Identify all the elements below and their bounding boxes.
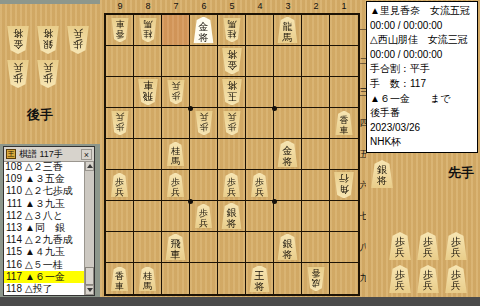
move-text: ▲６一金 — [25, 271, 65, 282]
board-square-5-7: 銀 将 — [218, 201, 246, 232]
kifu-titlebar[interactable]: 王 棋譜 117手 × — [4, 147, 94, 162]
board-square-8-7 — [134, 201, 162, 232]
shogi-piece-sente-8-9: 桂 馬 — [138, 266, 157, 291]
board-square-9-2 — [106, 46, 134, 77]
kifu-scrollbar[interactable] — [84, 161, 94, 295]
board-square-9-6: 歩 兵 — [106, 170, 134, 201]
board-square-3-6 — [274, 170, 302, 201]
hoshi-dot — [272, 199, 277, 204]
board-square-3-2 — [274, 46, 302, 77]
hand-piece-gote-歩兵: 歩 兵 — [6, 60, 30, 88]
hand-piece-sente-歩兵: 歩 兵 — [388, 232, 412, 260]
sente-stand-label: 先手 — [448, 164, 474, 182]
board-square-4-9: 王 将 — [246, 263, 274, 294]
move-row-108[interactable]: 108△２三香 — [4, 161, 84, 173]
board-square-4-2 — [246, 46, 274, 77]
board-square-9-8 — [106, 232, 134, 263]
board-square-5-4: 歩 兵 — [218, 108, 246, 139]
scroll-down-button[interactable] — [85, 285, 94, 295]
hand-piece-sente-歩兵: 歩 兵 — [388, 265, 412, 293]
hand-piece-sente-歩兵: 歩 兵 — [444, 232, 468, 260]
hand-piece-sente-歩兵: 歩 兵 — [416, 232, 440, 260]
shogi-piece-sente-9-6: 歩 兵 — [110, 173, 129, 198]
move-number: 111 — [4, 198, 22, 210]
board-square-1-4: 香 車 — [330, 108, 358, 139]
move-text: △２三香 — [25, 161, 63, 172]
shogi-piece-sente-7-5: 桂 馬 — [166, 142, 185, 167]
scroll-up-button[interactable] — [85, 161, 94, 171]
board-square-6-1: 金 将 — [190, 15, 218, 46]
move-number: 114 — [4, 234, 22, 246]
board-square-8-8 — [134, 232, 162, 263]
shogi-piece-gote-8-1: 桂 馬 — [138, 18, 157, 43]
game-info-panel: ▲里見香奈 女流五冠00:00 / 00:00:00△西山朋佳 女流三冠00:0… — [366, 1, 478, 153]
board-square-7-7 — [162, 201, 190, 232]
hand-piece-gote-金将: 金 将 — [6, 26, 30, 54]
move-text: ▲４九玉 — [25, 246, 65, 257]
hand-piece-sente-歩兵: 歩 兵 — [444, 265, 468, 293]
board-square-2-7 — [302, 201, 330, 232]
move-row-114[interactable]: 114△２九香成 — [4, 234, 84, 246]
info-line-3: 00:00 / 00:00:00 — [370, 48, 474, 63]
move-number: 110 — [4, 185, 22, 197]
board-square-7-9 — [162, 263, 190, 294]
board-square-6-8 — [190, 232, 218, 263]
board-square-2-3 — [302, 77, 330, 108]
board-square-6-2 — [190, 46, 218, 77]
board-square-8-9: 桂 馬 — [134, 263, 162, 294]
board-square-2-5 — [302, 139, 330, 170]
board-square-4-7 — [246, 201, 274, 232]
bottom-strip — [0, 297, 480, 306]
board-square-2-1 — [302, 15, 330, 46]
board-square-6-7: 歩 兵 — [190, 201, 218, 232]
board-square-3-7 — [274, 201, 302, 232]
info-line-0: ▲里見香奈 女流五冠 — [370, 4, 474, 19]
board-square-3-3 — [274, 77, 302, 108]
move-row-109[interactable]: 109▲３五金 — [4, 173, 84, 185]
move-text: ▲３五金 — [25, 173, 65, 184]
hoshi-dot — [188, 106, 193, 111]
shogi-piece-gote-8-3: 飛 車 — [137, 79, 159, 106]
move-row-110[interactable]: 110△２七歩成 — [4, 185, 84, 197]
hoshi-dot — [188, 199, 193, 204]
shogi-piece-gote-5-3: 玉 将 — [221, 79, 243, 106]
info-line-4: 手合割：平手 — [370, 62, 474, 77]
board-square-4-8 — [246, 232, 274, 263]
board-square-7-2 — [162, 46, 190, 77]
board-square-6-9 — [190, 263, 218, 294]
file-label: 1 — [330, 1, 358, 12]
board-square-8-4 — [134, 108, 162, 139]
info-line-7: 後手番 — [370, 106, 474, 121]
move-number: 109 — [4, 173, 22, 185]
board-square-8-3: 飛 車 — [134, 77, 162, 108]
shogi-piece-sente-4-6: 歩 兵 — [250, 173, 269, 198]
board-square-2-4 — [302, 108, 330, 139]
move-row-118[interactable]: 118△投了 — [4, 283, 84, 295]
shogi-piece-gote-9-4: 歩 兵 — [110, 111, 129, 136]
board-square-1-1 — [330, 15, 358, 46]
board-square-5-6: 歩 兵 — [218, 170, 246, 201]
board-square-7-6: 歩 兵 — [162, 170, 190, 201]
board-square-3-5: 金 将 — [274, 139, 302, 170]
hoshi-dot — [272, 106, 277, 111]
board-square-8-5 — [134, 139, 162, 170]
board-square-6-3 — [190, 77, 218, 108]
file-label: 7 — [162, 1, 190, 12]
move-text: △２七歩成 — [25, 185, 73, 196]
shogi-piece-sente-6-1: 金 将 — [193, 17, 215, 44]
board-square-6-5 — [190, 139, 218, 170]
board-square-3-8: 銀 将 — [274, 232, 302, 263]
shogi-piece-sente-9-9: 香 車 — [110, 266, 129, 291]
move-number: 117 — [4, 271, 22, 283]
move-number: 118 — [4, 283, 22, 295]
board-square-5-9 — [218, 263, 246, 294]
shogi-piece-sente-5-6: 歩 兵 — [222, 173, 241, 198]
board-square-9-4: 歩 兵 — [106, 108, 134, 139]
kifu-window: 王 棋譜 117手 × 108△２三香109▲３五金110△２七歩成111▲３九… — [3, 146, 95, 296]
shogi-piece-gote-6-4: 歩 兵 — [194, 111, 213, 136]
board-square-2-9: 成 香 — [302, 263, 330, 294]
board-square-1-9 — [330, 263, 358, 294]
board-square-2-6 — [302, 170, 330, 201]
info-line-2: △西山朋佳 女流三冠 — [370, 33, 474, 48]
info-line-6: ▲６一金 まで — [370, 92, 474, 107]
file-label: 4 — [246, 1, 274, 12]
hand-piece-gote-歩兵: 歩 兵 — [36, 60, 60, 88]
move-row-112[interactable]: 112△３八と — [4, 210, 84, 222]
shogi-piece-sente-4-9: 王 将 — [249, 265, 271, 292]
board-square-8-6 — [134, 170, 162, 201]
move-row-113[interactable]: 113▲同 銀 — [4, 222, 84, 234]
board-square-1-6: 角 行 — [330, 170, 358, 201]
board-square-1-5 — [330, 139, 358, 170]
board-square-7-8: 飛 車 — [162, 232, 190, 263]
shogi-piece-gote-5-4: 歩 兵 — [222, 111, 241, 136]
sente-piece-stand: 先手 銀 将歩 兵歩 兵歩 兵歩 兵歩 兵歩 兵 — [366, 154, 480, 297]
board-square-5-1: 桂 馬 — [218, 15, 246, 46]
move-number: 115 — [4, 246, 22, 258]
move-number: 116 — [4, 259, 22, 271]
kifu-title: 棋譜 117手 — [19, 148, 81, 161]
board-square-2-8 — [302, 232, 330, 263]
board-square-2-2 — [302, 46, 330, 77]
board-square-5-5 — [218, 139, 246, 170]
hand-piece-sente-銀将: 銀 将 — [370, 160, 394, 188]
move-row-115[interactable]: 115▲４九玉 — [4, 246, 84, 258]
shogi-piece-gote-2-9: 成 香 — [306, 266, 325, 291]
board-square-9-3 — [106, 77, 134, 108]
close-icon[interactable]: × — [81, 149, 92, 160]
board-square-7-3: 歩 兵 — [162, 77, 190, 108]
shogi-piece-sente-7-8: 飛 車 — [165, 234, 187, 261]
file-label: 9 — [106, 1, 134, 12]
scrollbar-thumb[interactable] — [85, 267, 94, 285]
move-text: ▲同 銀 — [25, 222, 65, 233]
shogi-piece-sente-6-7: 歩 兵 — [194, 204, 213, 229]
gote-piece-stand: 後手 金 将銀 将歩 兵歩 兵歩 兵 — [0, 4, 100, 144]
shogi-board: 香 車桂 馬金 将桂 馬龍 馬金 将飛 車歩 兵玉 将歩 兵歩 兵歩 兵香 車桂… — [104, 13, 360, 296]
board-square-9-7 — [106, 201, 134, 232]
shogi-piece-icon: 王 — [6, 149, 16, 159]
board-square-7-1 — [162, 15, 190, 46]
file-label: 5 — [218, 1, 246, 12]
gote-stand-label: 後手 — [27, 106, 53, 124]
board-square-8-1: 桂 馬 — [134, 15, 162, 46]
board-square-9-5 — [106, 139, 134, 170]
file-label: 2 — [302, 1, 330, 12]
move-row-111[interactable]: 111▲３九玉 — [4, 198, 84, 210]
shogi-piece-gote-5-2: 金 将 — [221, 48, 243, 75]
board-square-7-5: 桂 馬 — [162, 139, 190, 170]
move-text: △３八と — [25, 210, 63, 221]
file-labels: 987654321 — [106, 1, 358, 12]
board-square-1-2 — [330, 46, 358, 77]
scroll-up-icon — [87, 164, 93, 168]
move-text: △投了 — [25, 283, 53, 294]
move-row-116[interactable]: 116△５一桂 — [4, 259, 84, 271]
board-square-1-3 — [330, 77, 358, 108]
info-line-9: NHK杯 — [370, 135, 474, 150]
move-number: 112 — [4, 210, 22, 222]
scroll-down-icon — [87, 288, 93, 292]
board-square-3-1: 龍 馬 — [274, 15, 302, 46]
board-square-6-6 — [190, 170, 218, 201]
board-square-7-4 — [162, 108, 190, 139]
board-square-9-9: 香 車 — [106, 263, 134, 294]
shogi-piece-sente-7-6: 歩 兵 — [166, 173, 185, 198]
board-square-5-8 — [218, 232, 246, 263]
board-square-9-1: 香 車 — [106, 15, 134, 46]
shogi-piece-gote-5-1: 桂 馬 — [222, 18, 241, 43]
hand-piece-gote-銀将: 銀 将 — [36, 26, 60, 54]
board-square-3-4 — [274, 108, 302, 139]
move-list: 108△２三香109▲３五金110△２七歩成111▲３九玉112△３八と113▲… — [4, 161, 84, 295]
move-text: △２九香成 — [25, 234, 73, 245]
shogi-piece-sente-5-7: 銀 将 — [221, 203, 243, 230]
board-square-8-2 — [134, 46, 162, 77]
board-square-5-2: 金 将 — [218, 46, 246, 77]
board-square-6-4: 歩 兵 — [190, 108, 218, 139]
info-line-8: 2023/03/26 — [370, 121, 474, 136]
hand-piece-sente-歩兵: 歩 兵 — [416, 265, 440, 293]
file-label: 6 — [190, 1, 218, 12]
board-square-4-5 — [246, 139, 274, 170]
move-row-117[interactable]: 117▲６一金 — [4, 271, 84, 283]
board-square-3-9 — [274, 263, 302, 294]
move-number: 113 — [4, 222, 22, 234]
move-number: 108 — [4, 161, 22, 173]
file-label: 3 — [274, 1, 302, 12]
move-text: △５一桂 — [25, 259, 63, 270]
shogi-piece-gote-7-3: 歩 兵 — [166, 80, 185, 105]
shogi-piece-gote-9-1: 香 車 — [110, 18, 129, 43]
board-square-4-3 — [246, 77, 274, 108]
shogi-piece-sente-3-8: 銀 将 — [277, 234, 299, 261]
shogi-piece-gote-1-6: 角 行 — [333, 172, 355, 199]
board-square-1-7 — [330, 201, 358, 232]
move-text: ▲３九玉 — [25, 198, 65, 209]
shogi-piece-sente-3-1: 龍 馬 — [277, 17, 299, 44]
hand-piece-gote-歩兵: 歩 兵 — [66, 26, 90, 54]
board-square-5-3: 玉 将 — [218, 77, 246, 108]
file-label: 8 — [134, 1, 162, 12]
board-square-4-6: 歩 兵 — [246, 170, 274, 201]
shogi-piece-sente-1-4: 香 車 — [335, 111, 354, 136]
info-line-5: 手 数：117 — [370, 77, 474, 92]
board-square-4-1 — [246, 15, 274, 46]
board-square-4-4 — [246, 108, 274, 139]
shogi-piece-sente-3-5: 金 将 — [277, 141, 299, 168]
info-line-1: 00:00 / 00:00:00 — [370, 19, 474, 34]
board-square-1-8 — [330, 232, 358, 263]
